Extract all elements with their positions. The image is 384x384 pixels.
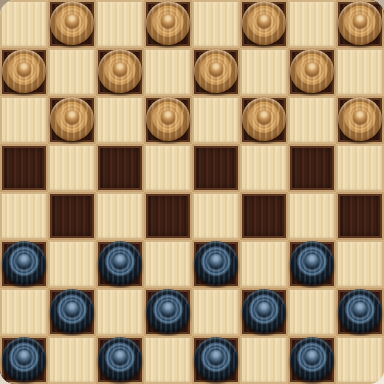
- square-c6[interactable]: [96, 96, 144, 144]
- square-d3[interactable]: [144, 240, 192, 288]
- piece-center-knob: [353, 110, 367, 124]
- piece-dark-blue[interactable]: ⛂: [194, 337, 238, 381]
- square-e1[interactable]: ⛂: [192, 336, 240, 384]
- square-g7[interactable]: ⛀: [288, 48, 336, 96]
- square-a3[interactable]: ⛂: [0, 240, 48, 288]
- piece-dark-blue[interactable]: ⛂: [98, 337, 142, 381]
- square-h6[interactable]: ⛀: [336, 96, 384, 144]
- piece-center-knob: [17, 350, 31, 364]
- square-b3[interactable]: [48, 240, 96, 288]
- piece-center-knob: [113, 254, 127, 268]
- piece-dark-blue[interactable]: ⛂: [194, 241, 238, 285]
- square-e4[interactable]: [192, 192, 240, 240]
- square-d7[interactable]: [144, 48, 192, 96]
- square-a1[interactable]: ⛂: [0, 336, 48, 384]
- square-f3[interactable]: [240, 240, 288, 288]
- square-b7[interactable]: [48, 48, 96, 96]
- piece-light-wood[interactable]: ⛀: [290, 49, 334, 93]
- square-g1[interactable]: ⛂: [288, 336, 336, 384]
- square-b4[interactable]: [48, 192, 96, 240]
- piece-light-wood[interactable]: ⛀: [194, 49, 238, 93]
- piece-light-wood[interactable]: ⛀: [338, 1, 382, 45]
- square-b2[interactable]: ⛂: [48, 288, 96, 336]
- piece-center-knob: [65, 302, 79, 316]
- piece-center-knob: [209, 254, 223, 268]
- square-g2[interactable]: [288, 288, 336, 336]
- piece-center-knob: [161, 14, 175, 28]
- piece-dark-blue[interactable]: ⛂: [98, 241, 142, 285]
- piece-center-knob: [65, 14, 79, 28]
- square-h1[interactable]: [336, 336, 384, 384]
- piece-center-knob: [305, 62, 319, 76]
- checkers-board: ⛀⛀⛀⛀⛀⛀⛀⛀⛀⛀⛀⛀⛂⛂⛂⛂⛂⛂⛂⛂⛂⛂⛂⛂: [0, 0, 384, 384]
- piece-center-knob: [305, 350, 319, 364]
- square-h7[interactable]: [336, 48, 384, 96]
- square-b6[interactable]: ⛀: [48, 96, 96, 144]
- square-d6[interactable]: ⛀: [144, 96, 192, 144]
- piece-light-wood[interactable]: ⛀: [146, 97, 190, 141]
- square-g8[interactable]: [288, 0, 336, 48]
- square-b8[interactable]: ⛀: [48, 0, 96, 48]
- piece-center-knob: [257, 14, 271, 28]
- square-h5[interactable]: [336, 144, 384, 192]
- square-e3[interactable]: ⛂: [192, 240, 240, 288]
- piece-dark-blue[interactable]: ⛂: [290, 337, 334, 381]
- piece-center-knob: [113, 62, 127, 76]
- piece-light-wood[interactable]: ⛀: [146, 1, 190, 45]
- piece-light-wood[interactable]: ⛀: [2, 49, 46, 93]
- square-e5[interactable]: [192, 144, 240, 192]
- square-f4[interactable]: [240, 192, 288, 240]
- square-g4[interactable]: [288, 192, 336, 240]
- square-a6[interactable]: [0, 96, 48, 144]
- piece-center-knob: [161, 302, 175, 316]
- square-a5[interactable]: [0, 144, 48, 192]
- piece-light-wood[interactable]: ⛀: [50, 97, 94, 141]
- piece-center-knob: [161, 110, 175, 124]
- square-h8[interactable]: ⛀: [336, 0, 384, 48]
- square-d5[interactable]: [144, 144, 192, 192]
- square-f2[interactable]: ⛂: [240, 288, 288, 336]
- piece-dark-blue[interactable]: ⛂: [2, 337, 46, 381]
- piece-center-knob: [209, 350, 223, 364]
- square-f6[interactable]: ⛀: [240, 96, 288, 144]
- piece-center-knob: [209, 62, 223, 76]
- square-f7[interactable]: [240, 48, 288, 96]
- piece-center-knob: [353, 302, 367, 316]
- piece-dark-blue[interactable]: ⛂: [290, 241, 334, 285]
- piece-dark-blue[interactable]: ⛂: [242, 289, 286, 333]
- piece-light-wood[interactable]: ⛀: [242, 97, 286, 141]
- square-h3[interactable]: [336, 240, 384, 288]
- square-c1[interactable]: ⛂: [96, 336, 144, 384]
- square-c7[interactable]: ⛀: [96, 48, 144, 96]
- piece-dark-blue[interactable]: ⛂: [2, 241, 46, 285]
- square-b5[interactable]: [48, 144, 96, 192]
- square-e8[interactable]: [192, 0, 240, 48]
- square-h4[interactable]: [336, 192, 384, 240]
- piece-dark-blue[interactable]: ⛂: [50, 289, 94, 333]
- square-d1[interactable]: [144, 336, 192, 384]
- square-c8[interactable]: [96, 0, 144, 48]
- piece-light-wood[interactable]: ⛀: [242, 1, 286, 45]
- piece-light-wood[interactable]: ⛀: [338, 97, 382, 141]
- square-g6[interactable]: [288, 96, 336, 144]
- square-a2[interactable]: [0, 288, 48, 336]
- square-f1[interactable]: [240, 336, 288, 384]
- piece-center-knob: [257, 302, 271, 316]
- piece-dark-blue[interactable]: ⛂: [338, 289, 382, 333]
- piece-center-knob: [65, 110, 79, 124]
- piece-light-wood[interactable]: ⛀: [98, 49, 142, 93]
- piece-center-knob: [257, 110, 271, 124]
- piece-center-knob: [113, 350, 127, 364]
- square-b1[interactable]: [48, 336, 96, 384]
- piece-center-knob: [17, 62, 31, 76]
- square-g5[interactable]: [288, 144, 336, 192]
- square-c2[interactable]: [96, 288, 144, 336]
- piece-center-knob: [305, 254, 319, 268]
- piece-center-knob: [353, 14, 367, 28]
- piece-dark-blue[interactable]: ⛂: [146, 289, 190, 333]
- square-e6[interactable]: [192, 96, 240, 144]
- square-h2[interactable]: ⛂: [336, 288, 384, 336]
- square-g3[interactable]: ⛂: [288, 240, 336, 288]
- square-c3[interactable]: ⛂: [96, 240, 144, 288]
- piece-light-wood[interactable]: ⛀: [50, 1, 94, 45]
- square-a7[interactable]: ⛀: [0, 48, 48, 96]
- square-f8[interactable]: ⛀: [240, 0, 288, 48]
- square-c5[interactable]: [96, 144, 144, 192]
- square-d2[interactable]: ⛂: [144, 288, 192, 336]
- square-c4[interactable]: [96, 192, 144, 240]
- square-d4[interactable]: [144, 192, 192, 240]
- square-d8[interactable]: ⛀: [144, 0, 192, 48]
- piece-center-knob: [17, 254, 31, 268]
- square-f5[interactable]: [240, 144, 288, 192]
- square-a8[interactable]: [0, 0, 48, 48]
- square-e7[interactable]: ⛀: [192, 48, 240, 96]
- square-e2[interactable]: [192, 288, 240, 336]
- square-a4[interactable]: [0, 192, 48, 240]
